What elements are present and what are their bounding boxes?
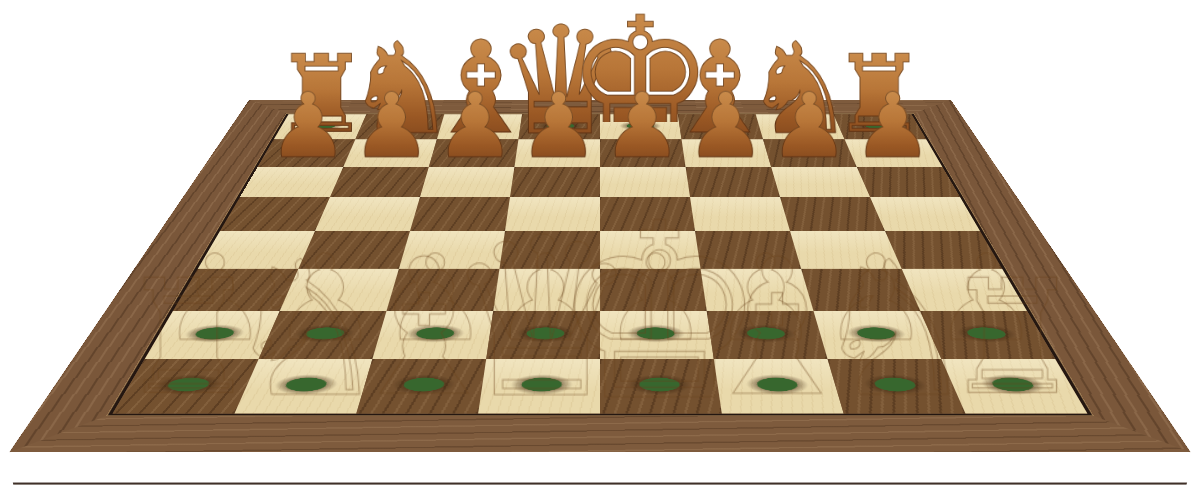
piece-black-pawn[interactable]: ♟ <box>351 81 431 171</box>
square-g6[interactable] <box>771 167 870 197</box>
piece-black-pawn[interactable]: ♟ <box>685 81 765 171</box>
piece-black-pawn[interactable]: ♟ <box>769 81 849 171</box>
square-b7[interactable]: ♟ <box>343 139 437 167</box>
chess-set-photo: ♜♞♝♛♚♝♞♜♟♟♟♟♟♟♟♟♟♟♟♟♟♟♟♟♜♞♝♛♚♝♞♜ <box>0 0 1200 504</box>
square-h7[interactable]: ♟ <box>845 139 943 167</box>
square-g1[interactable]: ♞ <box>828 359 966 414</box>
chess-board: ♜♞♝♛♚♝♞♜♟♟♟♟♟♟♟♟♟♟♟♟♟♟♟♟♜♞♝♛♚♝♞♜ <box>9 100 1190 453</box>
square-d7[interactable]: ♟ <box>514 139 600 167</box>
piece-black-pawn[interactable]: ♟ <box>518 81 598 171</box>
piece-black-pawn[interactable]: ♟ <box>268 81 348 171</box>
square-b6[interactable] <box>330 167 429 197</box>
piece-white-king[interactable]: ♚ <box>550 191 768 434</box>
piece-black-pawn[interactable]: ♟ <box>602 81 682 171</box>
square-b1[interactable]: ♞ <box>235 359 373 414</box>
square-c7[interactable]: ♟ <box>429 139 519 167</box>
square-e7[interactable]: ♟ <box>600 139 686 167</box>
scene-stage: ♜♞♝♛♚♝♞♜♟♟♟♟♟♟♟♟♟♟♟♟♟♟♟♟♜♞♝♛♚♝♞♜ <box>0 0 1200 504</box>
piece-black-pawn[interactable]: ♟ <box>852 81 932 171</box>
piece-black-pawn[interactable]: ♟ <box>435 81 515 171</box>
square-h6[interactable] <box>857 167 960 197</box>
square-e1[interactable]: ♚ <box>600 359 722 414</box>
board-front-edge <box>8 452 1192 485</box>
square-f7[interactable]: ♟ <box>682 139 772 167</box>
square-a6[interactable] <box>240 167 343 197</box>
square-g7[interactable]: ♟ <box>763 139 857 167</box>
square-a7[interactable]: ♟ <box>258 139 356 167</box>
